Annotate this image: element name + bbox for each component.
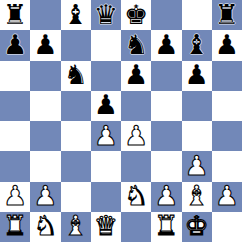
square-e5[interactable] — [121, 91, 151, 121]
square-h3[interactable] — [212, 151, 242, 181]
square-g3[interactable]: ♟ — [182, 151, 212, 181]
square-f4[interactable] — [151, 121, 181, 151]
square-c6[interactable]: ♞ — [61, 61, 91, 91]
square-b6[interactable] — [30, 61, 60, 91]
square-c2[interactable] — [61, 182, 91, 212]
square-f8[interactable] — [151, 0, 181, 30]
square-e1[interactable] — [121, 212, 151, 242]
black-pawn-piece[interactable]: ♟ — [154, 31, 178, 58]
square-h6[interactable] — [212, 61, 242, 91]
white-pawn-piece[interactable]: ♟ — [33, 182, 57, 209]
square-h4[interactable] — [212, 121, 242, 151]
square-g7[interactable]: ♝ — [182, 30, 212, 60]
square-d2[interactable] — [91, 182, 121, 212]
square-d8[interactable]: ♛ — [91, 0, 121, 30]
white-knight-piece[interactable]: ♞ — [124, 182, 148, 209]
black-pawn-piece[interactable]: ♟ — [185, 61, 209, 88]
black-knight-piece[interactable]: ♞ — [64, 61, 88, 88]
square-e4[interactable]: ♟ — [121, 121, 151, 151]
black-queen-piece[interactable]: ♛ — [94, 1, 118, 28]
square-d6[interactable] — [91, 61, 121, 91]
black-pawn-piece[interactable]: ♟ — [33, 31, 57, 58]
white-rook-piece[interactable]: ♜ — [3, 212, 27, 239]
square-b2[interactable]: ♟ — [30, 182, 60, 212]
black-rook-piece[interactable]: ♜ — [3, 1, 27, 28]
square-h8[interactable]: ♜ — [212, 0, 242, 30]
black-bishop-piece[interactable]: ♝ — [64, 1, 88, 28]
white-bishop-piece[interactable]: ♝ — [64, 212, 88, 239]
square-f5[interactable] — [151, 91, 181, 121]
square-c1[interactable]: ♝ — [61, 212, 91, 242]
square-g2[interactable]: ♝ — [182, 182, 212, 212]
white-bishop-piece[interactable]: ♝ — [185, 182, 209, 209]
square-h2[interactable]: ♟ — [212, 182, 242, 212]
square-b4[interactable] — [30, 121, 60, 151]
square-d5[interactable]: ♟ — [91, 91, 121, 121]
square-a5[interactable] — [0, 91, 30, 121]
square-c4[interactable] — [61, 121, 91, 151]
square-b1[interactable]: ♞ — [30, 212, 60, 242]
square-g8[interactable] — [182, 0, 212, 30]
square-g6[interactable]: ♟ — [182, 61, 212, 91]
square-g5[interactable] — [182, 91, 212, 121]
square-c5[interactable] — [61, 91, 91, 121]
white-queen-piece[interactable]: ♛ — [94, 212, 118, 239]
black-pawn-piece[interactable]: ♟ — [215, 31, 239, 58]
white-pawn-piece[interactable]: ♟ — [154, 182, 178, 209]
square-e2[interactable]: ♞ — [121, 182, 151, 212]
square-g4[interactable] — [182, 121, 212, 151]
black-pawn-piece[interactable]: ♟ — [124, 61, 148, 88]
white-king-piece[interactable]: ♚ — [185, 212, 209, 239]
square-f6[interactable] — [151, 61, 181, 91]
square-b3[interactable] — [30, 151, 60, 181]
square-h1[interactable] — [212, 212, 242, 242]
square-a2[interactable]: ♟ — [0, 182, 30, 212]
square-a7[interactable]: ♟ — [0, 30, 30, 60]
square-f3[interactable] — [151, 151, 181, 181]
square-d7[interactable] — [91, 30, 121, 60]
square-d1[interactable]: ♛ — [91, 212, 121, 242]
square-e6[interactable]: ♟ — [121, 61, 151, 91]
black-pawn-piece[interactable]: ♟ — [3, 31, 27, 58]
black-rook-piece[interactable]: ♜ — [215, 1, 239, 28]
white-knight-piece[interactable]: ♞ — [33, 212, 57, 239]
white-rook-piece[interactable]: ♜ — [154, 212, 178, 239]
square-c7[interactable] — [61, 30, 91, 60]
white-pawn-piece[interactable]: ♟ — [215, 182, 239, 209]
square-f7[interactable]: ♟ — [151, 30, 181, 60]
black-pawn-piece[interactable]: ♟ — [94, 91, 118, 118]
square-b5[interactable] — [30, 91, 60, 121]
square-a8[interactable]: ♜ — [0, 0, 30, 30]
black-knight-piece[interactable]: ♞ — [124, 31, 148, 58]
white-pawn-piece[interactable]: ♟ — [3, 182, 27, 209]
square-e3[interactable] — [121, 151, 151, 181]
black-bishop-piece[interactable]: ♝ — [185, 31, 209, 58]
chess-board: ♜♝♛♚♜♟♟♞♟♝♟♞♟♟♟♟♟♟♟♟♞♟♝♟♜♞♝♛♜♚ — [0, 0, 242, 242]
white-pawn-piece[interactable]: ♟ — [185, 152, 209, 179]
square-e8[interactable]: ♚ — [121, 0, 151, 30]
square-f1[interactable]: ♜ — [151, 212, 181, 242]
square-b8[interactable] — [30, 0, 60, 30]
white-pawn-piece[interactable]: ♟ — [94, 122, 118, 149]
square-c8[interactable]: ♝ — [61, 0, 91, 30]
square-e7[interactable]: ♞ — [121, 30, 151, 60]
square-h7[interactable]: ♟ — [212, 30, 242, 60]
black-king-piece[interactable]: ♚ — [124, 1, 148, 28]
square-g1[interactable]: ♚ — [182, 212, 212, 242]
square-a1[interactable]: ♜ — [0, 212, 30, 242]
square-f2[interactable]: ♟ — [151, 182, 181, 212]
white-pawn-piece[interactable]: ♟ — [124, 122, 148, 149]
square-c3[interactable] — [61, 151, 91, 181]
square-h5[interactable] — [212, 91, 242, 121]
square-a6[interactable] — [0, 61, 30, 91]
square-d3[interactable] — [91, 151, 121, 181]
square-a4[interactable] — [0, 121, 30, 151]
square-a3[interactable] — [0, 151, 30, 181]
square-b7[interactable]: ♟ — [30, 30, 60, 60]
square-d4[interactable]: ♟ — [91, 121, 121, 151]
